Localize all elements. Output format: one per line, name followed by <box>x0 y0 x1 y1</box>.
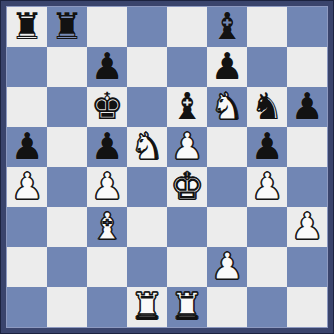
white-pawn: ♟ <box>10 168 43 205</box>
square-f8[interactable]: ♝ <box>207 7 247 47</box>
black-pawn: ♟ <box>210 48 243 85</box>
white-pawn: ♟ <box>250 168 283 205</box>
square-c6[interactable]: ♚ <box>87 87 127 127</box>
square-a2[interactable] <box>7 247 47 287</box>
square-d7[interactable] <box>127 47 167 87</box>
square-g4[interactable]: ♟ <box>247 167 287 207</box>
square-h8[interactable] <box>287 7 327 47</box>
white-knight: ♞ <box>210 88 243 125</box>
square-c2[interactable] <box>87 247 127 287</box>
square-f7[interactable]: ♟ <box>207 47 247 87</box>
square-g7[interactable] <box>247 47 287 87</box>
square-h1[interactable] <box>287 287 327 327</box>
square-e7[interactable] <box>167 47 207 87</box>
black-bishop: ♝ <box>210 8 243 45</box>
square-d6[interactable] <box>127 87 167 127</box>
square-b1[interactable] <box>47 287 87 327</box>
square-e2[interactable] <box>167 247 207 287</box>
square-g5[interactable]: ♟ <box>247 127 287 167</box>
square-e1[interactable]: ♜ <box>167 287 207 327</box>
black-rook: ♜ <box>10 8 43 45</box>
square-b6[interactable] <box>47 87 87 127</box>
square-f1[interactable] <box>207 287 247 327</box>
square-b8[interactable]: ♜ <box>47 7 87 47</box>
square-c1[interactable] <box>87 287 127 327</box>
black-king: ♚ <box>90 88 123 125</box>
white-rook: ♜ <box>170 288 203 325</box>
square-d3[interactable] <box>127 207 167 247</box>
black-rook: ♜ <box>50 8 83 45</box>
square-d4[interactable] <box>127 167 167 207</box>
square-a3[interactable] <box>7 207 47 247</box>
black-pawn: ♟ <box>10 128 43 165</box>
square-e6[interactable]: ♝ <box>167 87 207 127</box>
square-c3[interactable]: ♝ <box>87 207 127 247</box>
square-c7[interactable]: ♟ <box>87 47 127 87</box>
square-e8[interactable] <box>167 7 207 47</box>
square-d8[interactable] <box>127 7 167 47</box>
square-a1[interactable] <box>7 287 47 327</box>
square-g6[interactable]: ♞ <box>247 87 287 127</box>
square-d5[interactable]: ♞ <box>127 127 167 167</box>
square-g3[interactable] <box>247 207 287 247</box>
white-pawn: ♟ <box>90 168 123 205</box>
square-h6[interactable]: ♟ <box>287 87 327 127</box>
square-a5[interactable]: ♟ <box>7 127 47 167</box>
white-pawn: ♟ <box>210 248 243 285</box>
square-a4[interactable]: ♟ <box>7 167 47 207</box>
square-f2[interactable]: ♟ <box>207 247 247 287</box>
square-e4[interactable]: ♚ <box>167 167 207 207</box>
square-b2[interactable] <box>47 247 87 287</box>
square-f6[interactable]: ♞ <box>207 87 247 127</box>
white-pawn: ♟ <box>290 208 323 245</box>
black-bishop: ♝ <box>170 88 203 125</box>
square-c8[interactable] <box>87 7 127 47</box>
black-pawn: ♟ <box>290 88 323 125</box>
square-d2[interactable] <box>127 247 167 287</box>
square-g1[interactable] <box>247 287 287 327</box>
white-pawn: ♟ <box>170 128 203 165</box>
square-a7[interactable] <box>7 47 47 87</box>
square-e3[interactable] <box>167 207 207 247</box>
square-f5[interactable] <box>207 127 247 167</box>
square-b5[interactable] <box>47 127 87 167</box>
black-knight: ♞ <box>250 88 283 125</box>
square-b7[interactable] <box>47 47 87 87</box>
square-d1[interactable]: ♜ <box>127 287 167 327</box>
square-h4[interactable] <box>287 167 327 207</box>
square-c4[interactable]: ♟ <box>87 167 127 207</box>
square-c5[interactable]: ♟ <box>87 127 127 167</box>
square-e5[interactable]: ♟ <box>167 127 207 167</box>
black-pawn: ♟ <box>90 48 123 85</box>
chess-board: ♜♜♝♟♟♚♝♞♞♟♟♟♞♟♟♟♟♚♟♝♟♟♜♜ <box>6 6 328 328</box>
black-pawn: ♟ <box>90 128 123 165</box>
white-rook: ♜ <box>130 288 163 325</box>
square-h3[interactable]: ♟ <box>287 207 327 247</box>
square-h2[interactable] <box>287 247 327 287</box>
square-a6[interactable] <box>7 87 47 127</box>
square-b4[interactable] <box>47 167 87 207</box>
white-bishop: ♝ <box>90 208 123 245</box>
square-f4[interactable] <box>207 167 247 207</box>
square-f3[interactable] <box>207 207 247 247</box>
square-h5[interactable] <box>287 127 327 167</box>
white-king: ♚ <box>170 168 203 205</box>
square-h7[interactable] <box>287 47 327 87</box>
square-b3[interactable] <box>47 207 87 247</box>
square-a8[interactable]: ♜ <box>7 7 47 47</box>
black-pawn: ♟ <box>250 128 283 165</box>
chess-board-frame: ♜♜♝♟♟♚♝♞♞♟♟♟♞♟♟♟♟♚♟♝♟♟♜♜ <box>0 0 334 334</box>
square-g8[interactable] <box>247 7 287 47</box>
square-g2[interactable] <box>247 247 287 287</box>
white-knight: ♞ <box>130 128 163 165</box>
